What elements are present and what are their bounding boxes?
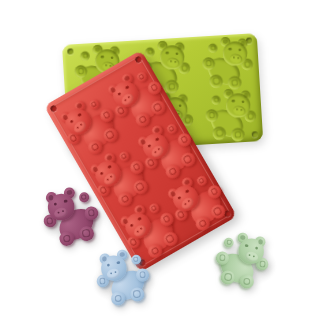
back-paw-icon [165, 122, 178, 135]
paw-ring-icon [150, 83, 159, 92]
product-photo [0, 0, 320, 320]
paw-ring-icon [168, 125, 175, 132]
inner-ear-right-icon [67, 190, 72, 195]
paw-ring-icon [247, 113, 253, 119]
inner-ear-left-icon [181, 97, 186, 102]
paw-ring-icon [105, 130, 115, 140]
inner-ear-right-icon [223, 39, 228, 44]
paw-ring-icon [153, 102, 163, 112]
paw-ring-icon [69, 134, 78, 143]
bear-cavity-r2c3 [204, 86, 259, 143]
paw-ring-icon [184, 117, 190, 123]
inner-ear-left-icon [102, 256, 107, 261]
paw-ring-icon [198, 218, 208, 228]
paw-ring-icon [210, 187, 219, 196]
back-paw-icon [224, 237, 234, 247]
paw-ring-icon [180, 135, 189, 144]
arm-right-icon [202, 57, 215, 70]
paw-ring-icon [87, 209, 95, 217]
paw-ring-icon [77, 68, 84, 75]
paw-ring-icon [148, 49, 153, 54]
paw-ring-icon [198, 177, 205, 184]
paw-ring-icon [165, 234, 175, 244]
back-paw-icon [78, 191, 89, 202]
paw-ring-icon [243, 278, 251, 286]
back-paw-icon [135, 70, 148, 83]
inner-ear-left-icon [240, 41, 245, 46]
paw-ring-icon [168, 83, 175, 90]
cast-bear [93, 247, 151, 307]
paw-ring-icon [90, 142, 100, 152]
leg-left-icon [231, 127, 245, 141]
paw-ring-icon [120, 194, 130, 204]
inner-ear-right-icon [160, 43, 165, 48]
paw-ring-icon [162, 214, 171, 223]
paw-ring-icon [231, 79, 238, 86]
back-paw-icon [211, 95, 221, 105]
back-paw-icon [195, 174, 208, 187]
paw-ring-icon [102, 110, 111, 119]
arm-right-icon [205, 108, 218, 121]
back-paw-icon [81, 51, 91, 61]
paw-ring-icon [81, 194, 87, 200]
back-paw-icon [208, 43, 218, 53]
paw-ring-icon [138, 73, 145, 80]
cast-bear [214, 230, 272, 290]
inner-ear-left-icon [48, 195, 53, 200]
inner-ear-right-icon [120, 252, 125, 257]
leg-left-icon [239, 274, 254, 289]
paw-ring-icon [234, 131, 241, 138]
leg-right-icon [78, 225, 94, 241]
paw-ring-icon [205, 60, 212, 67]
paw-ring-icon [117, 106, 126, 115]
paw-ring-icon [99, 186, 108, 195]
eye-right-icon [229, 47, 232, 50]
paw-ring-icon [213, 206, 223, 216]
paw-ring-icon [90, 101, 97, 108]
back-paw-icon [131, 254, 141, 264]
inner-ear-right-icon [240, 235, 245, 240]
eye-right-icon [101, 55, 104, 58]
paw-ring-icon [133, 257, 138, 262]
back-paw-icon [147, 201, 160, 214]
paw-ring-icon [63, 234, 71, 242]
cast-bear [39, 184, 102, 249]
paw-ring-icon [211, 45, 216, 50]
paw-ring-icon [133, 290, 141, 298]
paw-ring-icon [177, 210, 186, 219]
paw-ring-icon [150, 205, 157, 212]
back-paw-icon [117, 150, 130, 163]
paw-ring-icon [216, 129, 223, 136]
paw-ring-icon [46, 217, 53, 224]
paw-ring-icon [99, 278, 106, 285]
paw-ring-icon [208, 112, 215, 119]
inner-ear-left-icon [113, 49, 118, 54]
leg-left-icon [59, 230, 75, 246]
back-paw-icon [87, 98, 100, 111]
paw-ring-icon [135, 182, 145, 192]
bear-cavity-r1c3 [201, 34, 256, 91]
inner-ear-right-icon [226, 91, 231, 96]
paw-ring-icon [120, 153, 127, 160]
eye-right-icon [232, 99, 235, 102]
eye-right-icon [245, 244, 248, 247]
leg-left-icon [111, 291, 126, 306]
paw-ring-icon [244, 61, 250, 67]
back-paw-icon [145, 47, 155, 57]
paw-ring-icon [82, 229, 90, 237]
paw-ring-icon [214, 97, 219, 102]
paw-ring-icon [138, 115, 148, 125]
leg-right-icon [129, 287, 144, 302]
paw-ring-icon [114, 295, 122, 303]
paw-ring-icon [259, 261, 266, 268]
paw-ring-icon [183, 154, 193, 164]
paw-ring-icon [147, 158, 156, 167]
inner-ear-right-icon [95, 47, 100, 52]
arm-right-icon [74, 64, 87, 77]
eye-right-icon [166, 51, 169, 54]
paw-ring-icon [224, 273, 232, 281]
paw-ring-icon [139, 271, 146, 278]
inner-ear-left-icon [244, 93, 249, 98]
arm-right-icon [136, 268, 150, 282]
paw-ring-icon [227, 240, 232, 245]
paw-ring-icon [181, 65, 187, 71]
paw-ring-icon [83, 53, 88, 58]
paw-ring-icon [150, 246, 160, 256]
paw-ring-icon [168, 167, 178, 177]
paw-ring-icon [129, 238, 138, 247]
paw-ring-icon [132, 162, 141, 171]
paw-ring-icon [219, 254, 226, 261]
arm-right-icon [84, 205, 99, 220]
inner-ear-left-icon [178, 45, 183, 50]
inner-ear-left-icon [258, 239, 263, 244]
eye-right-icon [117, 261, 120, 264]
paw-ring-icon [213, 77, 220, 84]
